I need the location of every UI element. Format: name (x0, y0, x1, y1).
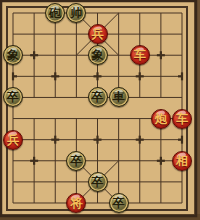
piece-glyph: 砲 (49, 7, 61, 19)
piece-black-soldier[interactable]: 卒 (88, 87, 108, 107)
piece-glyph: 兵 (92, 28, 104, 40)
piece-glyph: 象 (7, 49, 19, 61)
piece-red-cannon[interactable]: 炮 (151, 109, 171, 129)
piece-red-soldier[interactable]: 兵 (88, 24, 108, 44)
piece-glyph: 象 (92, 49, 104, 61)
piece-glyph: 卒 (92, 176, 104, 188)
piece-black-soldier[interactable]: 卒 (88, 172, 108, 192)
piece-red-chariot[interactable]: 车 (130, 45, 150, 65)
piece-red-soldier[interactable]: 兵 (3, 130, 23, 150)
piece-black-elephant[interactable]: 象 (88, 45, 108, 65)
piece-black-cannon[interactable]: 砲 (45, 3, 65, 23)
piece-glyph: 卒 (113, 197, 125, 209)
piece-black-general[interactable]: 帅 (66, 3, 86, 23)
piece-glyph: 卒 (92, 91, 104, 103)
piece-glyph: 将 (70, 197, 82, 209)
piece-glyph: 相 (176, 155, 188, 167)
piece-black-soldier[interactable]: 卒 (66, 151, 86, 171)
piece-black-chariot[interactable]: 車 (109, 87, 129, 107)
piece-glyph: 车 (134, 49, 146, 61)
piece-red-general[interactable]: 将 (66, 193, 86, 213)
piece-glyph: 卒 (70, 155, 82, 167)
piece-glyph: 炮 (155, 113, 167, 125)
piece-glyph: 帅 (70, 7, 82, 19)
piece-black-soldier[interactable]: 卒 (109, 193, 129, 213)
piece-glyph: 车 (176, 113, 188, 125)
piece-glyph: 卒 (7, 91, 19, 103)
piece-red-chariot[interactable]: 车 (172, 109, 192, 129)
piece-red-elephant[interactable]: 相 (172, 151, 192, 171)
piece-black-elephant[interactable]: 象 (3, 45, 23, 65)
pieces-layer: 砲帅兵象象车卒卒車炮车兵卒相卒将卒 (0, 0, 200, 220)
piece-black-soldier[interactable]: 卒 (3, 87, 23, 107)
piece-glyph: 兵 (7, 134, 19, 146)
xiangqi-app: 砲帅兵象象车卒卒車炮车兵卒相卒将卒 (0, 0, 200, 220)
piece-glyph: 車 (113, 91, 125, 103)
